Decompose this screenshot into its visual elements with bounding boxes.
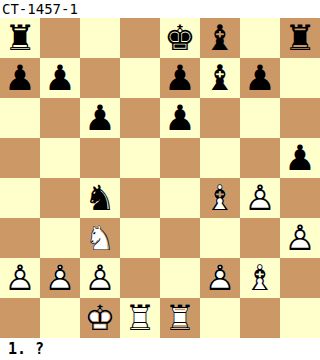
piece-outline-layer: ♙ (280, 218, 320, 258)
piece-outline-layer: ♙ (40, 258, 80, 298)
piece-outline-layer: ♖ (120, 298, 160, 338)
white-pawn-icon[interactable]: ♟♙ (0, 258, 40, 298)
square-c7[interactable] (80, 58, 120, 98)
white-bishop-icon[interactable]: ♝♗ (200, 178, 240, 218)
white-bishop-icon[interactable]: ♝♗ (240, 258, 280, 298)
square-e7[interactable]: ♟ (160, 58, 200, 98)
square-f8[interactable]: ♝ (200, 18, 240, 58)
piece-solid-layer: ♚ (160, 18, 200, 58)
square-d2[interactable] (120, 258, 160, 298)
square-g3[interactable] (240, 218, 280, 258)
piece-solid-layer: ♟ (40, 58, 80, 98)
piece-outline-layer: ♔ (80, 298, 120, 338)
square-c6[interactable]: ♟ (80, 98, 120, 138)
square-e2[interactable] (160, 258, 200, 298)
square-f3[interactable] (200, 218, 240, 258)
square-b2[interactable]: ♟♙ (40, 258, 80, 298)
square-f2[interactable]: ♟♙ (200, 258, 240, 298)
square-b5[interactable] (40, 138, 80, 178)
square-f6[interactable] (200, 98, 240, 138)
black-pawn-icon[interactable]: ♟ (280, 138, 320, 178)
white-pawn-icon[interactable]: ♟♙ (240, 178, 280, 218)
square-d5[interactable] (120, 138, 160, 178)
piece-solid-layer: ♟ (160, 58, 200, 98)
square-a2[interactable]: ♟♙ (0, 258, 40, 298)
piece-outline-layer: ♙ (200, 258, 240, 298)
square-g8[interactable] (240, 18, 280, 58)
square-e3[interactable] (160, 218, 200, 258)
black-pawn-icon[interactable]: ♟ (160, 98, 200, 138)
white-king-icon[interactable]: ♚♔ (80, 298, 120, 338)
move-prompt: 1. ? (8, 338, 44, 360)
square-h3[interactable]: ♟♙ (280, 218, 320, 258)
square-b6[interactable] (40, 98, 80, 138)
square-f7[interactable]: ♝ (200, 58, 240, 98)
square-h1[interactable] (280, 298, 320, 338)
square-g1[interactable] (240, 298, 280, 338)
square-d3[interactable] (120, 218, 160, 258)
black-pawn-icon[interactable]: ♟ (240, 58, 280, 98)
white-pawn-icon[interactable]: ♟♙ (280, 218, 320, 258)
square-f4[interactable]: ♝♗ (200, 178, 240, 218)
white-rook-icon[interactable]: ♜♖ (160, 298, 200, 338)
square-c5[interactable] (80, 138, 120, 178)
square-f5[interactable] (200, 138, 240, 178)
square-f1[interactable] (200, 298, 240, 338)
black-knight-icon[interactable]: ♞ (80, 178, 120, 218)
square-a8[interactable]: ♜ (0, 18, 40, 58)
black-pawn-icon[interactable]: ♟ (40, 58, 80, 98)
chess-board: ♜♚♝♜♟♟♟♝♟♟♟♟♞♝♗♟♙♞♘♟♙♟♙♟♙♟♙♟♙♝♗♚♔♜♖♜♖ (0, 18, 320, 338)
white-pawn-icon[interactable]: ♟♙ (80, 258, 120, 298)
square-g6[interactable] (240, 98, 280, 138)
square-h4[interactable] (280, 178, 320, 218)
piece-solid-layer: ♟ (80, 98, 120, 138)
square-g4[interactable]: ♟♙ (240, 178, 280, 218)
square-d7[interactable] (120, 58, 160, 98)
diagram-title: CT-1457-1 (2, 0, 78, 18)
black-rook-icon[interactable]: ♜ (0, 18, 40, 58)
piece-solid-layer: ♝ (200, 18, 240, 58)
square-e1[interactable]: ♜♖ (160, 298, 200, 338)
square-c3[interactable]: ♞♘ (80, 218, 120, 258)
piece-solid-layer: ♜ (0, 18, 40, 58)
black-pawn-icon[interactable]: ♟ (160, 58, 200, 98)
white-pawn-icon[interactable]: ♟♙ (40, 258, 80, 298)
square-d1[interactable]: ♜♖ (120, 298, 160, 338)
square-b4[interactable] (40, 178, 80, 218)
square-h8[interactable]: ♜ (280, 18, 320, 58)
square-c8[interactable] (80, 18, 120, 58)
square-g7[interactable]: ♟ (240, 58, 280, 98)
white-pawn-icon[interactable]: ♟♙ (200, 258, 240, 298)
piece-solid-layer: ♞ (80, 178, 120, 218)
square-a1[interactable] (0, 298, 40, 338)
square-d8[interactable] (120, 18, 160, 58)
piece-solid-layer: ♝ (200, 58, 240, 98)
black-king-icon[interactable]: ♚ (160, 18, 200, 58)
square-b3[interactable] (40, 218, 80, 258)
square-c2[interactable]: ♟♙ (80, 258, 120, 298)
square-g5[interactable] (240, 138, 280, 178)
square-h2[interactable] (280, 258, 320, 298)
square-c1[interactable]: ♚♔ (80, 298, 120, 338)
piece-solid-layer: ♟ (160, 98, 200, 138)
piece-outline-layer: ♙ (0, 258, 40, 298)
piece-outline-layer: ♖ (160, 298, 200, 338)
square-a4[interactable] (0, 178, 40, 218)
piece-solid-layer: ♟ (280, 138, 320, 178)
piece-solid-layer: ♟ (0, 58, 40, 98)
square-e6[interactable]: ♟ (160, 98, 200, 138)
piece-outline-layer: ♗ (200, 178, 240, 218)
piece-solid-layer: ♟ (240, 58, 280, 98)
square-e5[interactable] (160, 138, 200, 178)
square-e4[interactable] (160, 178, 200, 218)
square-b8[interactable] (40, 18, 80, 58)
square-b7[interactable]: ♟ (40, 58, 80, 98)
square-e8[interactable]: ♚ (160, 18, 200, 58)
square-g2[interactable]: ♝♗ (240, 258, 280, 298)
piece-outline-layer: ♗ (240, 258, 280, 298)
square-d4[interactable] (120, 178, 160, 218)
square-c4[interactable]: ♞ (80, 178, 120, 218)
square-h5[interactable]: ♟ (280, 138, 320, 178)
piece-outline-layer: ♙ (80, 258, 120, 298)
square-h7[interactable] (280, 58, 320, 98)
square-a7[interactable]: ♟ (0, 58, 40, 98)
piece-outline-layer: ♘ (80, 218, 120, 258)
black-bishop-icon[interactable]: ♝ (200, 58, 240, 98)
square-b1[interactable] (40, 298, 80, 338)
piece-solid-layer: ♜ (280, 18, 320, 58)
square-a3[interactable] (0, 218, 40, 258)
diagram-page: CT-1457-1 ♜♚♝♜♟♟♟♝♟♟♟♟♞♝♗♟♙♞♘♟♙♟♙♟♙♟♙♟♙♝… (0, 0, 320, 360)
square-d6[interactable] (120, 98, 160, 138)
piece-outline-layer: ♙ (240, 178, 280, 218)
white-knight-icon[interactable]: ♞♘ (80, 218, 120, 258)
square-h6[interactable] (280, 98, 320, 138)
black-bishop-icon[interactable]: ♝ (200, 18, 240, 58)
white-rook-icon[interactable]: ♜♖ (120, 298, 160, 338)
square-a6[interactable] (0, 98, 40, 138)
black-pawn-icon[interactable]: ♟ (0, 58, 40, 98)
black-rook-icon[interactable]: ♜ (280, 18, 320, 58)
square-a5[interactable] (0, 138, 40, 178)
black-pawn-icon[interactable]: ♟ (80, 98, 120, 138)
